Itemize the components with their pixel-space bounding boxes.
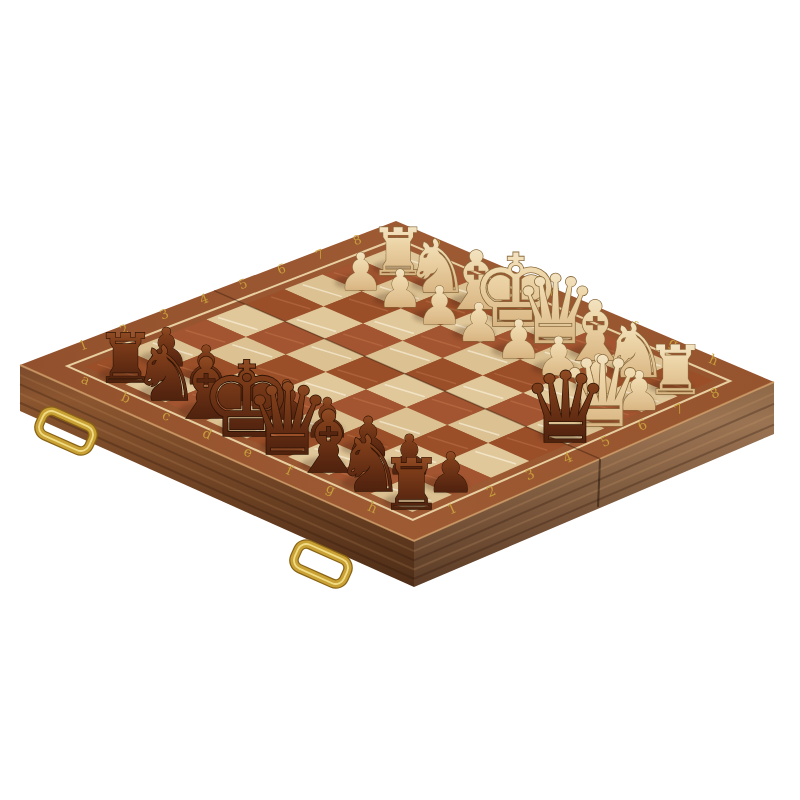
piece-dark-rook-h1: ♜	[380, 444, 443, 526]
product-photo-scene: aabbccddeeffgghh1122334455667788♜♟♞♟♝♟♚♟…	[0, 0, 800, 800]
chess-board: aabbccddeeffgghh1122334455667788♜♟♞♟♝♟♚♟…	[0, 0, 800, 800]
piece-dark-queen-h5: ♛	[521, 351, 609, 465]
